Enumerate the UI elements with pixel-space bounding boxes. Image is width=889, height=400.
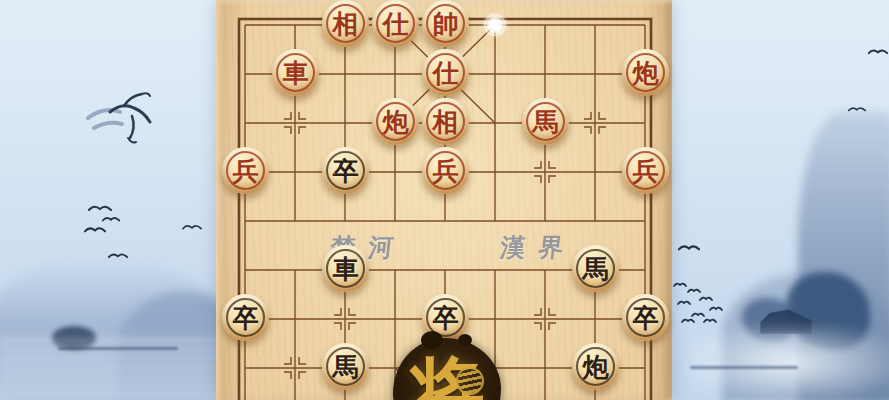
piece-character: 炮: [622, 49, 669, 96]
piece-red-elephant[interactable]: 相: [422, 98, 469, 145]
bird-icon: [88, 202, 112, 214]
piece-character: 兵: [222, 147, 269, 194]
bird-icon: [678, 242, 700, 253]
mountain-mist-right: [722, 272, 889, 400]
water-reflection-left: [0, 338, 235, 400]
piece-character: 車: [322, 245, 369, 292]
piece-character: 卒: [322, 147, 369, 194]
bird-icon: [848, 104, 866, 114]
piece-character: 車: [272, 49, 319, 96]
water-mist-right: [688, 326, 889, 400]
piece-character: 兵: [622, 147, 669, 194]
piece-red-soldier[interactable]: 兵: [222, 147, 269, 194]
piece-red-cannon[interactable]: 炮: [622, 49, 669, 96]
tree-canopy-right-2: [742, 298, 796, 342]
check-banner-char: 将: [393, 338, 501, 400]
piece-black-cannon[interactable]: 炮: [572, 343, 619, 390]
piece-black-soldier[interactable]: 卒: [622, 294, 669, 341]
piece-red-advisor[interactable]: 仕: [372, 0, 419, 47]
bird-icon: [84, 224, 106, 235]
piece-black-soldier[interactable]: 卒: [322, 147, 369, 194]
xiangqi-game-screen: 楚河 漢界 相仕帥車仕炮炮相馬兵兵兵卒車馬卒卒卒馬炮 将: [0, 0, 889, 400]
piece-red-horse[interactable]: 馬: [522, 98, 569, 145]
xiangqi-board[interactable]: 楚河 漢界 相仕帥車仕炮炮相馬兵兵兵卒車馬卒卒卒馬炮 将: [216, 0, 672, 400]
piece-character: 帥: [422, 0, 469, 47]
bird-icon: [182, 222, 202, 232]
last-move-sparkle-icon: [481, 11, 509, 39]
piece-black-horse[interactable]: 馬: [572, 245, 619, 292]
piece-black-horse[interactable]: 馬: [322, 343, 369, 390]
piece-character: 相: [422, 98, 469, 145]
piece-character: 馬: [522, 98, 569, 145]
piece-red-soldier[interactable]: 兵: [422, 147, 469, 194]
crane-icon: [84, 82, 168, 148]
tree-ink-blob: [52, 326, 96, 350]
piece-character: 馬: [322, 343, 369, 390]
mountain-mist-left: [0, 258, 236, 400]
piece-character: 卒: [222, 294, 269, 341]
piece-red-chariot[interactable]: 車: [272, 49, 319, 96]
cliff-right: [798, 112, 889, 400]
piece-red-cannon[interactable]: 炮: [372, 98, 419, 145]
piece-black-chariot[interactable]: 車: [322, 245, 369, 292]
piece-red-general[interactable]: 帥: [422, 0, 469, 47]
piece-character: 炮: [572, 343, 619, 390]
piece-character: 仕: [422, 49, 469, 96]
bird-icon: [868, 46, 888, 57]
piece-character: 炮: [372, 98, 419, 145]
check-banner: 将: [393, 338, 501, 400]
water-line-left: [58, 347, 178, 350]
village-house-icon: [760, 304, 812, 334]
piece-character: 仕: [372, 0, 419, 47]
piece-character: 相: [322, 0, 369, 47]
piece-character: 馬: [572, 245, 619, 292]
piece-red-soldier[interactable]: 兵: [622, 147, 669, 194]
river-label-han: 漢界: [486, 231, 578, 264]
bird-icon: [108, 250, 128, 261]
tree-canopy-right: [786, 272, 870, 350]
piece-red-elephant[interactable]: 相: [322, 0, 369, 47]
bird-flock: [672, 280, 732, 330]
piece-red-advisor[interactable]: 仕: [422, 49, 469, 96]
bird-icon: [102, 214, 120, 224]
piece-character: 兵: [422, 147, 469, 194]
piece-black-soldier[interactable]: 卒: [222, 294, 269, 341]
piece-character: 卒: [622, 294, 669, 341]
water-line-right: [690, 366, 798, 369]
